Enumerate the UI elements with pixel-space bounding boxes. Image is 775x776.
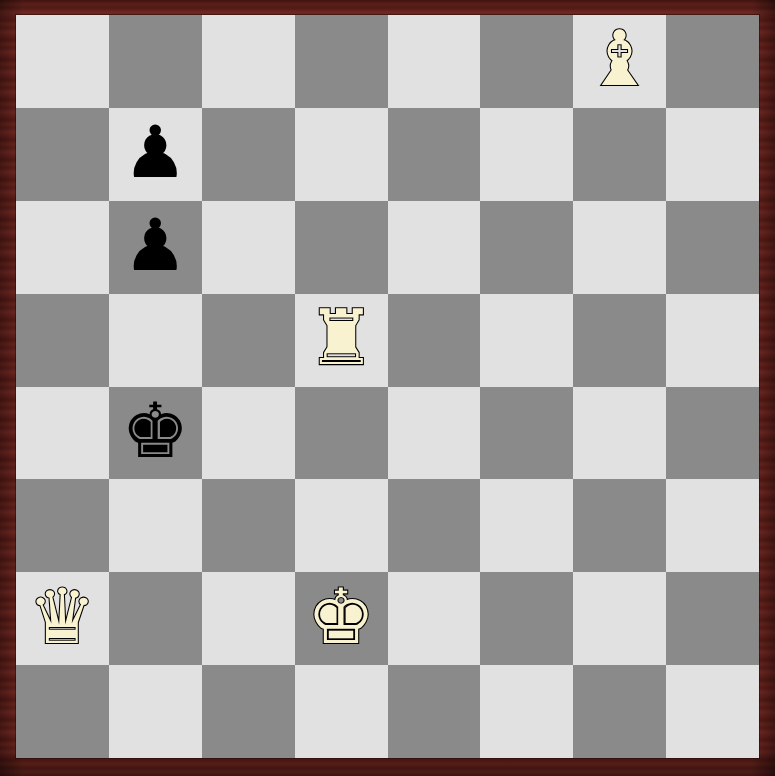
square-e1[interactable] bbox=[388, 665, 481, 758]
square-h7[interactable] bbox=[666, 108, 759, 201]
square-a3[interactable] bbox=[16, 479, 109, 572]
square-e3[interactable] bbox=[388, 479, 481, 572]
square-d2[interactable]: ♚ bbox=[295, 572, 388, 665]
square-c2[interactable] bbox=[202, 572, 295, 665]
square-c5[interactable] bbox=[202, 294, 295, 387]
square-g8[interactable]: ♝ bbox=[573, 15, 666, 108]
square-d5[interactable]: ♜ bbox=[295, 294, 388, 387]
square-f1[interactable] bbox=[480, 665, 573, 758]
square-c3[interactable] bbox=[202, 479, 295, 572]
square-c1[interactable] bbox=[202, 665, 295, 758]
square-d7[interactable] bbox=[295, 108, 388, 201]
square-g2[interactable] bbox=[573, 572, 666, 665]
square-a6[interactable] bbox=[16, 201, 109, 294]
board-frame: ♝♟♟♜♚♛♚ bbox=[0, 0, 775, 776]
square-d6[interactable] bbox=[295, 201, 388, 294]
square-e8[interactable] bbox=[388, 15, 481, 108]
white-bishop[interactable]: ♝ bbox=[586, 21, 654, 97]
square-g5[interactable] bbox=[573, 294, 666, 387]
square-a7[interactable] bbox=[16, 108, 109, 201]
square-e2[interactable] bbox=[388, 572, 481, 665]
square-d8[interactable] bbox=[295, 15, 388, 108]
square-a8[interactable] bbox=[16, 15, 109, 108]
square-h5[interactable] bbox=[666, 294, 759, 387]
square-b6[interactable]: ♟ bbox=[109, 201, 202, 294]
white-rook[interactable]: ♜ bbox=[307, 300, 375, 376]
square-e6[interactable] bbox=[388, 201, 481, 294]
square-a1[interactable] bbox=[16, 665, 109, 758]
chess-board: ♝♟♟♜♚♛♚ bbox=[16, 15, 759, 758]
square-b2[interactable] bbox=[109, 572, 202, 665]
square-f4[interactable] bbox=[480, 387, 573, 480]
square-b3[interactable] bbox=[109, 479, 202, 572]
square-b4[interactable]: ♚ bbox=[109, 387, 202, 480]
square-d1[interactable] bbox=[295, 665, 388, 758]
square-h1[interactable] bbox=[666, 665, 759, 758]
square-a5[interactable] bbox=[16, 294, 109, 387]
square-g6[interactable] bbox=[573, 201, 666, 294]
square-h3[interactable] bbox=[666, 479, 759, 572]
chess-app-window: ♝♟♟♜♚♛♚ bbox=[0, 0, 775, 776]
square-e4[interactable] bbox=[388, 387, 481, 480]
black-pawn[interactable]: ♟ bbox=[123, 209, 188, 281]
square-g4[interactable] bbox=[573, 387, 666, 480]
square-f8[interactable] bbox=[480, 15, 573, 108]
square-e7[interactable] bbox=[388, 108, 481, 201]
square-e5[interactable] bbox=[388, 294, 481, 387]
square-f2[interactable] bbox=[480, 572, 573, 665]
square-b8[interactable] bbox=[109, 15, 202, 108]
square-h8[interactable] bbox=[666, 15, 759, 108]
square-f5[interactable] bbox=[480, 294, 573, 387]
square-b7[interactable]: ♟ bbox=[109, 108, 202, 201]
square-g7[interactable] bbox=[573, 108, 666, 201]
square-g3[interactable] bbox=[573, 479, 666, 572]
square-f7[interactable] bbox=[480, 108, 573, 201]
square-b1[interactable] bbox=[109, 665, 202, 758]
square-h6[interactable] bbox=[666, 201, 759, 294]
square-c7[interactable] bbox=[202, 108, 295, 201]
square-f6[interactable] bbox=[480, 201, 573, 294]
square-a4[interactable] bbox=[16, 387, 109, 480]
square-a2[interactable]: ♛ bbox=[16, 572, 109, 665]
white-king[interactable]: ♚ bbox=[307, 579, 375, 655]
square-d4[interactable] bbox=[295, 387, 388, 480]
black-king[interactable]: ♚ bbox=[121, 393, 189, 469]
square-h4[interactable] bbox=[666, 387, 759, 480]
black-pawn[interactable]: ♟ bbox=[123, 116, 188, 188]
square-c4[interactable] bbox=[202, 387, 295, 480]
white-queen[interactable]: ♛ bbox=[28, 579, 96, 655]
square-d3[interactable] bbox=[295, 479, 388, 572]
square-f3[interactable] bbox=[480, 479, 573, 572]
square-g1[interactable] bbox=[573, 665, 666, 758]
square-b5[interactable] bbox=[109, 294, 202, 387]
square-c6[interactable] bbox=[202, 201, 295, 294]
square-h2[interactable] bbox=[666, 572, 759, 665]
square-c8[interactable] bbox=[202, 15, 295, 108]
